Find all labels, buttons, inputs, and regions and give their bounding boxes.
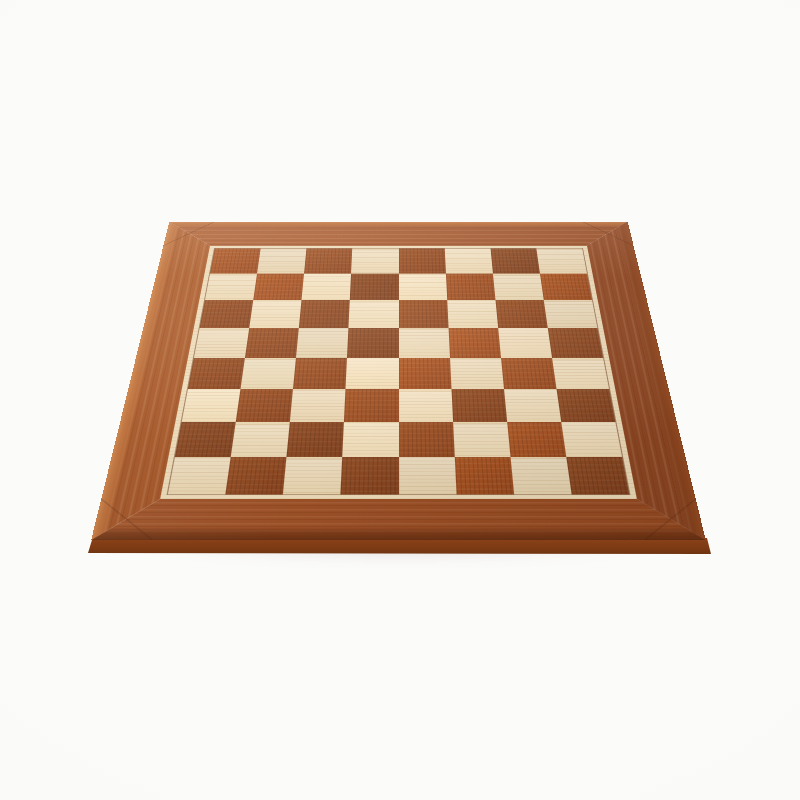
square-e8[interactable] — [399, 249, 446, 274]
square-a2[interactable] — [175, 422, 236, 457]
square-d6[interactable] — [349, 300, 399, 328]
square-f5[interactable] — [448, 328, 501, 358]
square-b3[interactable] — [236, 389, 293, 422]
square-f6[interactable] — [447, 300, 498, 328]
square-f2[interactable] — [453, 422, 511, 457]
playing-area-inlay — [160, 246, 637, 499]
chess-board — [91, 222, 706, 540]
square-a7[interactable] — [205, 274, 257, 300]
square-b4[interactable] — [241, 358, 297, 389]
square-b6[interactable] — [249, 300, 301, 328]
square-c2[interactable] — [287, 422, 345, 457]
square-b8[interactable] — [257, 249, 307, 274]
square-d3[interactable] — [344, 389, 398, 422]
square-c7[interactable] — [302, 274, 352, 300]
square-a4[interactable] — [188, 358, 245, 389]
square-d1[interactable] — [341, 457, 399, 494]
square-f8[interactable] — [444, 249, 492, 274]
square-h3[interactable] — [556, 389, 615, 422]
photo-background — [0, 0, 800, 800]
square-f7[interactable] — [446, 274, 496, 300]
square-b7[interactable] — [253, 274, 304, 300]
square-e7[interactable] — [399, 274, 447, 300]
square-h8[interactable] — [536, 249, 587, 274]
square-g8[interactable] — [490, 249, 540, 274]
square-c6[interactable] — [299, 300, 350, 328]
square-g1[interactable] — [510, 457, 571, 494]
square-d4[interactable] — [346, 358, 399, 389]
square-h4[interactable] — [552, 358, 609, 389]
square-e3[interactable] — [399, 389, 453, 422]
square-c3[interactable] — [290, 389, 346, 422]
square-c4[interactable] — [293, 358, 347, 389]
square-c5[interactable] — [296, 328, 349, 358]
square-g2[interactable] — [507, 422, 566, 457]
square-f1[interactable] — [454, 457, 513, 494]
square-a1[interactable] — [168, 457, 231, 494]
square-b5[interactable] — [245, 328, 299, 358]
square-d2[interactable] — [343, 422, 399, 457]
square-g5[interactable] — [498, 328, 552, 358]
square-d5[interactable] — [347, 328, 398, 358]
square-a3[interactable] — [182, 389, 241, 422]
square-a6[interactable] — [200, 300, 254, 328]
square-f3[interactable] — [451, 389, 507, 422]
square-c8[interactable] — [304, 249, 352, 274]
square-f4[interactable] — [450, 358, 504, 389]
square-g4[interactable] — [501, 358, 557, 389]
square-c1[interactable] — [283, 457, 342, 494]
squares-grid — [168, 249, 629, 495]
square-e2[interactable] — [399, 422, 455, 457]
square-e4[interactable] — [399, 358, 452, 389]
square-g7[interactable] — [493, 274, 544, 300]
perspective-scene — [136, 95, 661, 620]
square-a8[interactable] — [210, 249, 261, 274]
square-g3[interactable] — [504, 389, 561, 422]
square-a5[interactable] — [194, 328, 249, 358]
square-h1[interactable] — [566, 457, 629, 494]
square-h7[interactable] — [540, 274, 592, 300]
square-h2[interactable] — [561, 422, 622, 457]
square-b1[interactable] — [225, 457, 286, 494]
square-e5[interactable] — [399, 328, 450, 358]
square-e6[interactable] — [399, 300, 449, 328]
square-d8[interactable] — [351, 249, 398, 274]
square-b2[interactable] — [231, 422, 290, 457]
square-d7[interactable] — [350, 274, 398, 300]
square-e1[interactable] — [399, 457, 457, 494]
square-h5[interactable] — [548, 328, 603, 358]
square-h6[interactable] — [544, 300, 598, 328]
square-g6[interactable] — [495, 300, 547, 328]
